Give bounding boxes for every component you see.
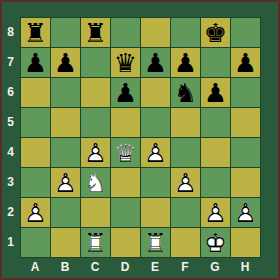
square-d2[interactable] (111, 198, 141, 228)
chess-diagram: 87654321 ♜♜♚♟♟♛♟♟♟♟♞♟♟♙♛♕♟♙♟♙♞♘♟♙♟♙♟♙♟♙♜… (0, 0, 280, 280)
square-f7[interactable]: ♟ (171, 48, 201, 78)
square-g1[interactable]: ♚♔ (201, 228, 231, 258)
piece-white-rook[interactable]: ♜♖ (141, 228, 170, 257)
file-label-e: E (140, 259, 170, 277)
square-b6[interactable] (51, 78, 81, 108)
piece-black-pawn[interactable]: ♟ (21, 48, 50, 77)
piece-glyph: ♟ (231, 48, 260, 77)
square-h3[interactable] (231, 168, 261, 198)
square-h2[interactable]: ♟♙ (231, 198, 261, 228)
square-c3[interactable]: ♞♘ (81, 168, 111, 198)
square-h5[interactable] (231, 108, 261, 138)
square-g5[interactable] (201, 108, 231, 138)
piece-black-knight[interactable]: ♞ (171, 78, 200, 107)
piece-white-king[interactable]: ♚♔ (201, 228, 230, 257)
square-g3[interactable] (201, 168, 231, 198)
piece-white-knight[interactable]: ♞♘ (81, 168, 110, 197)
piece-black-pawn[interactable]: ♟ (201, 78, 230, 107)
square-c7[interactable] (81, 48, 111, 78)
square-c4[interactable]: ♟♙ (81, 138, 111, 168)
piece-black-pawn[interactable]: ♟ (51, 48, 80, 77)
square-a8[interactable]: ♜ (21, 18, 51, 48)
rank-label-3: 3 (2, 167, 19, 197)
file-labels: ABCDEFGH (20, 259, 260, 277)
piece-glyph: ♚ (201, 18, 230, 47)
square-a2[interactable]: ♟♙ (21, 198, 51, 228)
square-d5[interactable] (111, 108, 141, 138)
square-a4[interactable] (21, 138, 51, 168)
square-f6[interactable]: ♞ (171, 78, 201, 108)
rank-label-1: 1 (2, 227, 19, 257)
piece-white-pawn[interactable]: ♟♙ (141, 138, 170, 167)
piece-glyph: ♟ (171, 48, 200, 77)
piece-outline-glyph: ♔ (201, 228, 230, 257)
square-g2[interactable]: ♟♙ (201, 198, 231, 228)
piece-white-pawn[interactable]: ♟♙ (81, 138, 110, 167)
rank-label-7: 7 (2, 47, 19, 77)
rank-label-5: 5 (2, 107, 19, 137)
square-b1[interactable] (51, 228, 81, 258)
square-h6[interactable] (231, 78, 261, 108)
square-c8[interactable]: ♜ (81, 18, 111, 48)
square-f4[interactable] (171, 138, 201, 168)
square-h4[interactable] (231, 138, 261, 168)
piece-outline-glyph: ♙ (171, 168, 200, 197)
square-e5[interactable] (141, 108, 171, 138)
square-a3[interactable] (21, 168, 51, 198)
square-d3[interactable] (111, 168, 141, 198)
piece-black-rook[interactable]: ♜ (81, 18, 110, 47)
square-g6[interactable]: ♟ (201, 78, 231, 108)
square-d4[interactable]: ♛♕ (111, 138, 141, 168)
piece-outline-glyph: ♕ (111, 138, 140, 167)
piece-outline-glyph: ♙ (51, 168, 80, 197)
piece-black-pawn[interactable]: ♟ (231, 48, 260, 77)
square-b4[interactable] (51, 138, 81, 168)
piece-black-queen[interactable]: ♛ (111, 48, 140, 77)
square-f8[interactable] (171, 18, 201, 48)
piece-black-king[interactable]: ♚ (201, 18, 230, 47)
piece-black-pawn[interactable]: ♟ (171, 48, 200, 77)
rank-labels: 87654321 (2, 17, 19, 257)
square-c6[interactable] (81, 78, 111, 108)
square-e3[interactable] (141, 168, 171, 198)
square-a5[interactable] (21, 108, 51, 138)
piece-glyph: ♟ (141, 48, 170, 77)
piece-white-pawn[interactable]: ♟♙ (51, 168, 80, 197)
file-label-d: D (110, 259, 140, 277)
file-label-b: B (50, 259, 80, 277)
rank-label-6: 6 (2, 77, 19, 107)
piece-glyph: ♟ (111, 78, 140, 107)
file-label-a: A (20, 259, 50, 277)
piece-white-pawn[interactable]: ♟♙ (171, 168, 200, 197)
piece-outline-glyph: ♙ (231, 198, 260, 227)
piece-glyph: ♟ (21, 48, 50, 77)
rank-label-4: 4 (2, 137, 19, 167)
square-h7[interactable]: ♟ (231, 48, 261, 78)
square-g4[interactable] (201, 138, 231, 168)
piece-glyph: ♜ (21, 18, 50, 47)
square-g8[interactable]: ♚ (201, 18, 231, 48)
file-label-f: F (170, 259, 200, 277)
square-a1[interactable] (21, 228, 51, 258)
rank-label-8: 8 (2, 17, 19, 47)
square-d6[interactable]: ♟ (111, 78, 141, 108)
piece-glyph: ♟ (51, 48, 80, 77)
piece-black-pawn[interactable]: ♟ (141, 48, 170, 77)
square-d1[interactable] (111, 228, 141, 258)
square-e8[interactable] (141, 18, 171, 48)
square-d8[interactable] (111, 18, 141, 48)
square-a6[interactable] (21, 78, 51, 108)
square-e7[interactable]: ♟ (141, 48, 171, 78)
file-label-c: C (80, 259, 110, 277)
piece-white-rook[interactable]: ♜♖ (81, 228, 110, 257)
square-f2[interactable] (171, 198, 201, 228)
piece-glyph: ♞ (171, 78, 200, 107)
square-e2[interactable] (141, 198, 171, 228)
piece-white-queen[interactable]: ♛♕ (111, 138, 140, 167)
rank-label-2: 2 (2, 197, 19, 227)
piece-outline-glyph: ♘ (81, 168, 110, 197)
square-c1[interactable]: ♜♖ (81, 228, 111, 258)
square-f1[interactable] (171, 228, 201, 258)
piece-glyph: ♟ (201, 78, 230, 107)
piece-outline-glyph: ♖ (141, 228, 170, 257)
piece-outline-glyph: ♙ (21, 198, 50, 227)
piece-outline-glyph: ♖ (81, 228, 110, 257)
square-d7[interactable]: ♛ (111, 48, 141, 78)
square-e1[interactable]: ♜♖ (141, 228, 171, 258)
piece-outline-glyph: ♙ (141, 138, 170, 167)
square-a7[interactable]: ♟ (21, 48, 51, 78)
square-c5[interactable] (81, 108, 111, 138)
piece-outline-glyph: ♙ (81, 138, 110, 167)
chess-board: ♜♜♚♟♟♛♟♟♟♟♞♟♟♙♛♕♟♙♟♙♞♘♟♙♟♙♟♙♟♙♜♖♜♖♚♔ (20, 17, 261, 258)
square-g7[interactable] (201, 48, 231, 78)
piece-glyph: ♜ (81, 18, 110, 47)
piece-white-pawn[interactable]: ♟♙ (201, 198, 230, 227)
square-b2[interactable] (51, 198, 81, 228)
square-h8[interactable] (231, 18, 261, 48)
square-f5[interactable] (171, 108, 201, 138)
square-e4[interactable]: ♟♙ (141, 138, 171, 168)
piece-black-rook[interactable]: ♜ (21, 18, 50, 47)
file-label-h: H (230, 259, 260, 277)
square-f3[interactable]: ♟♙ (171, 168, 201, 198)
piece-white-pawn[interactable]: ♟♙ (21, 198, 50, 227)
square-c2[interactable] (81, 198, 111, 228)
piece-black-pawn[interactable]: ♟ (111, 78, 140, 107)
piece-glyph: ♛ (111, 48, 140, 77)
square-b5[interactable] (51, 108, 81, 138)
square-b8[interactable] (51, 18, 81, 48)
piece-outline-glyph: ♙ (201, 198, 230, 227)
file-label-g: G (200, 259, 230, 277)
square-b7[interactable]: ♟ (51, 48, 81, 78)
piece-white-pawn[interactable]: ♟♙ (231, 198, 260, 227)
square-h1[interactable] (231, 228, 261, 258)
square-e6[interactable] (141, 78, 171, 108)
square-b3[interactable]: ♟♙ (51, 168, 81, 198)
